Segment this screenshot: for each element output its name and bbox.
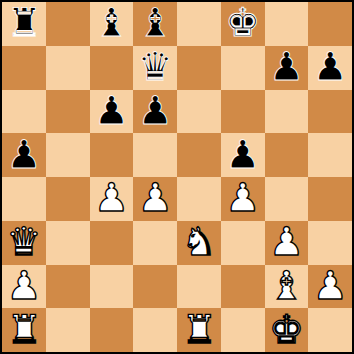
piece-black-bishop[interactable]: ♝	[94, 3, 129, 42]
piece-black-queen[interactable]: ♛	[138, 47, 173, 86]
square-d2[interactable]	[133, 265, 177, 309]
piece-white-king[interactable]: ♚	[269, 310, 304, 349]
square-d3[interactable]	[133, 221, 177, 265]
square-b3[interactable]	[46, 221, 90, 265]
square-g2[interactable]: ♝	[265, 265, 309, 309]
square-e8[interactable]	[177, 2, 221, 46]
square-c3[interactable]	[90, 221, 134, 265]
chess-board: ♜♝♝♚♛♟♟♟♟♟♟♟♟♟♛♞♟♟♝♟♜♜♚	[2, 2, 352, 352]
square-b6[interactable]	[46, 90, 90, 134]
piece-white-pawn[interactable]: ♟	[225, 178, 260, 217]
square-h1[interactable]	[308, 308, 352, 352]
piece-black-pawn[interactable]: ♟	[6, 135, 41, 174]
piece-black-king[interactable]: ♚	[225, 3, 260, 42]
square-c8[interactable]: ♝	[90, 2, 134, 46]
piece-white-bishop[interactable]: ♝	[269, 266, 304, 305]
square-b1[interactable]	[46, 308, 90, 352]
piece-black-pawn[interactable]: ♟	[313, 47, 348, 86]
square-c7[interactable]	[90, 46, 134, 90]
square-b2[interactable]	[46, 265, 90, 309]
piece-black-rook[interactable]: ♜	[6, 3, 41, 42]
square-e7[interactable]	[177, 46, 221, 90]
square-e3[interactable]: ♞	[177, 221, 221, 265]
square-g1[interactable]: ♚	[265, 308, 309, 352]
square-d7[interactable]: ♛	[133, 46, 177, 90]
piece-white-pawn[interactable]: ♟	[138, 178, 173, 217]
square-e4[interactable]	[177, 177, 221, 221]
square-a6[interactable]	[2, 90, 46, 134]
square-d6[interactable]: ♟	[133, 90, 177, 134]
square-c6[interactable]: ♟	[90, 90, 134, 134]
square-g3[interactable]: ♟	[265, 221, 309, 265]
square-f4[interactable]: ♟	[221, 177, 265, 221]
square-e1[interactable]: ♜	[177, 308, 221, 352]
square-g8[interactable]	[265, 2, 309, 46]
piece-white-queen[interactable]: ♛	[6, 222, 41, 261]
square-a2[interactable]: ♟	[2, 265, 46, 309]
square-f1[interactable]	[221, 308, 265, 352]
square-c5[interactable]	[90, 133, 134, 177]
square-c4[interactable]: ♟	[90, 177, 134, 221]
square-b7[interactable]	[46, 46, 90, 90]
square-f8[interactable]: ♚	[221, 2, 265, 46]
square-h7[interactable]: ♟	[308, 46, 352, 90]
square-h6[interactable]	[308, 90, 352, 134]
piece-white-pawn[interactable]: ♟	[313, 266, 348, 305]
piece-black-pawn[interactable]: ♟	[269, 47, 304, 86]
square-b4[interactable]	[46, 177, 90, 221]
square-d4[interactable]: ♟	[133, 177, 177, 221]
square-f6[interactable]	[221, 90, 265, 134]
square-g7[interactable]: ♟	[265, 46, 309, 90]
square-a1[interactable]: ♜	[2, 308, 46, 352]
square-a5[interactable]: ♟	[2, 133, 46, 177]
piece-black-bishop[interactable]: ♝	[138, 3, 173, 42]
square-c1[interactable]	[90, 308, 134, 352]
square-g4[interactable]	[265, 177, 309, 221]
square-h2[interactable]: ♟	[308, 265, 352, 309]
piece-white-rook[interactable]: ♜	[181, 310, 216, 349]
square-f3[interactable]	[221, 221, 265, 265]
square-g5[interactable]	[265, 133, 309, 177]
piece-white-pawn[interactable]: ♟	[6, 266, 41, 305]
square-e5[interactable]	[177, 133, 221, 177]
piece-white-rook[interactable]: ♜	[6, 310, 41, 349]
square-b5[interactable]	[46, 133, 90, 177]
square-c2[interactable]	[90, 265, 134, 309]
piece-white-knight[interactable]: ♞	[181, 222, 216, 261]
piece-black-pawn[interactable]: ♟	[138, 91, 173, 130]
piece-white-pawn[interactable]: ♟	[269, 222, 304, 261]
square-a3[interactable]: ♛	[2, 221, 46, 265]
square-a4[interactable]	[2, 177, 46, 221]
square-h8[interactable]	[308, 2, 352, 46]
square-f5[interactable]: ♟	[221, 133, 265, 177]
piece-black-pawn[interactable]: ♟	[225, 135, 260, 174]
square-d1[interactable]	[133, 308, 177, 352]
square-d5[interactable]	[133, 133, 177, 177]
square-g6[interactable]	[265, 90, 309, 134]
piece-white-pawn[interactable]: ♟	[94, 178, 129, 217]
square-f7[interactable]	[221, 46, 265, 90]
square-a8[interactable]: ♜	[2, 2, 46, 46]
piece-black-pawn[interactable]: ♟	[94, 91, 129, 130]
square-d8[interactable]: ♝	[133, 2, 177, 46]
chess-board-frame: ♜♝♝♚♛♟♟♟♟♟♟♟♟♟♛♞♟♟♝♟♜♜♚	[0, 0, 354, 354]
square-e6[interactable]	[177, 90, 221, 134]
square-e2[interactable]	[177, 265, 221, 309]
square-h3[interactable]	[308, 221, 352, 265]
square-a7[interactable]	[2, 46, 46, 90]
square-h4[interactable]	[308, 177, 352, 221]
square-h5[interactable]	[308, 133, 352, 177]
square-f2[interactable]	[221, 265, 265, 309]
square-b8[interactable]	[46, 2, 90, 46]
